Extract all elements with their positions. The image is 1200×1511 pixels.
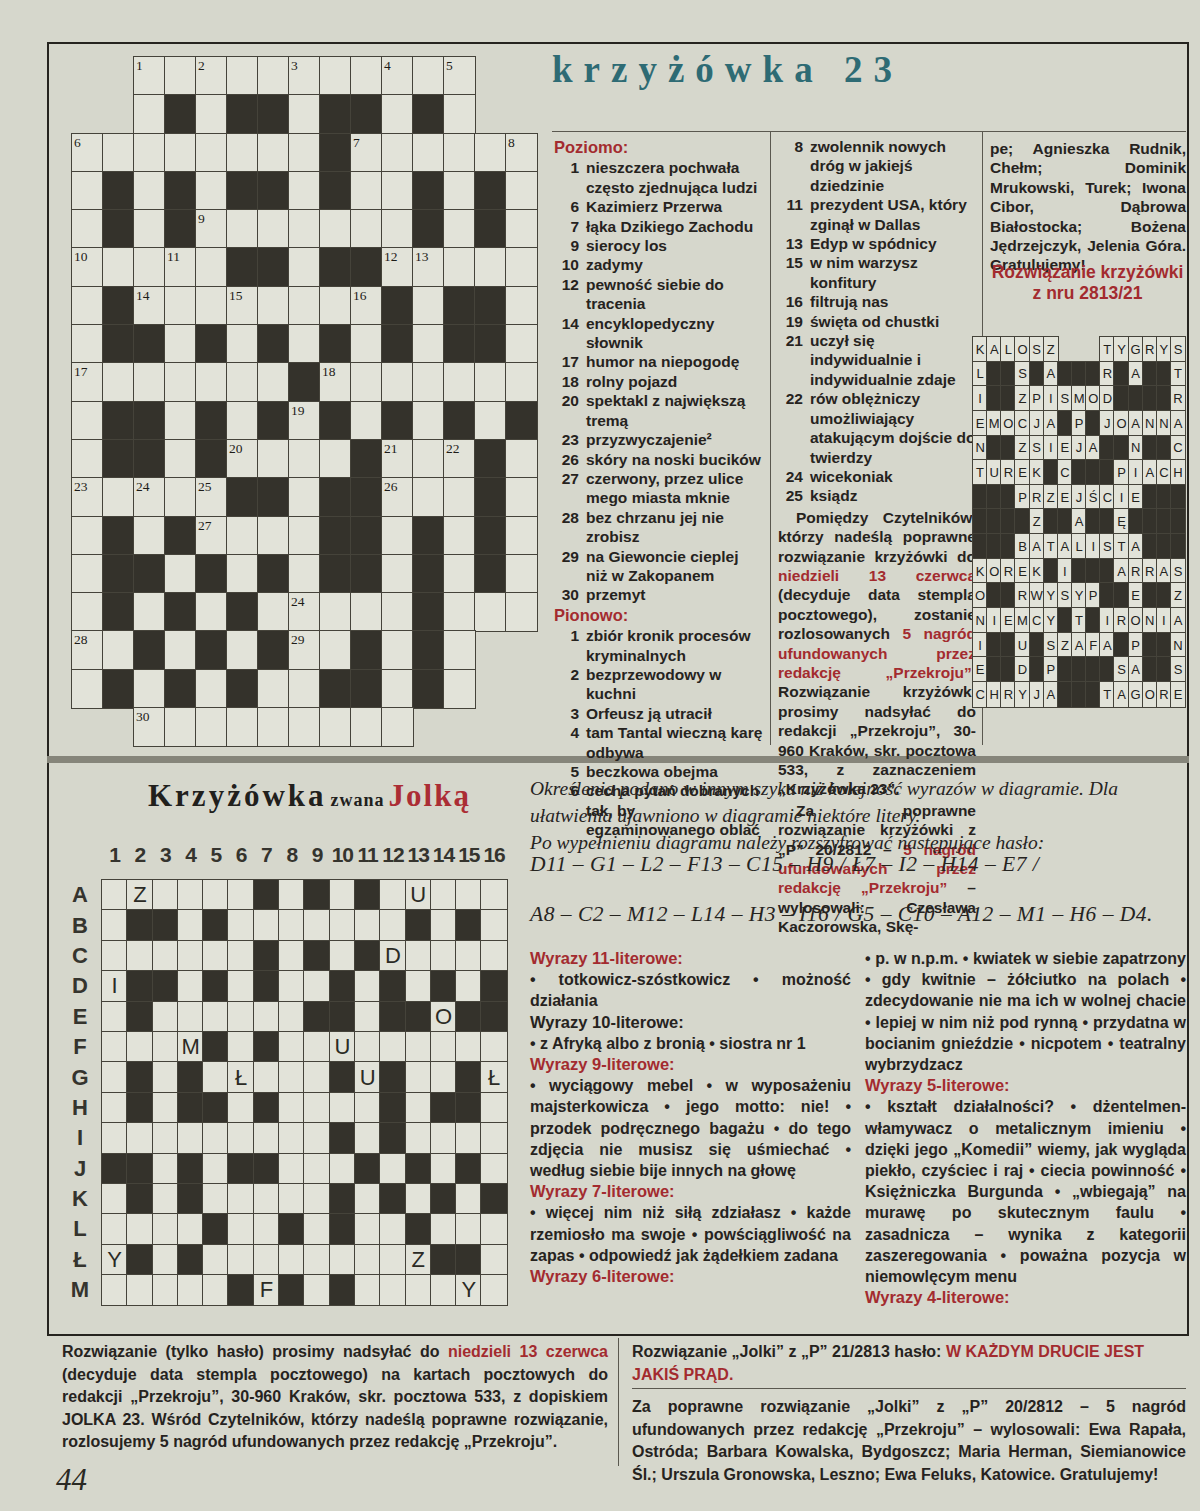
white-cell[interactable]: Z — [1058, 633, 1072, 658]
white-cell[interactable] — [330, 1093, 355, 1123]
white-cell[interactable]: Z — [1044, 337, 1058, 362]
white-cell[interactable]: U — [330, 1032, 355, 1062]
white-cell[interactable] — [320, 708, 351, 746]
white-cell[interactable]: S — [1058, 583, 1072, 608]
white-cell[interactable] — [279, 1245, 304, 1275]
white-cell[interactable] — [279, 971, 304, 1001]
white-cell[interactable]: K — [973, 337, 987, 362]
white-cell[interactable]: E — [973, 411, 987, 436]
white-cell[interactable] — [102, 880, 127, 910]
white-cell[interactable] — [72, 517, 103, 555]
white-cell[interactable] — [289, 670, 320, 708]
white-cell[interactable]: Ś — [1086, 485, 1100, 510]
white-cell[interactable]: I — [1058, 559, 1072, 584]
white-cell[interactable] — [382, 631, 413, 669]
white-cell[interactable] — [227, 325, 258, 363]
white-cell[interactable] — [355, 1275, 380, 1305]
white-cell[interactable] — [289, 555, 320, 593]
white-cell[interactable]: 10 — [72, 248, 103, 286]
white-cell[interactable] — [178, 1123, 203, 1153]
white-cell[interactable] — [102, 1093, 127, 1123]
white-cell[interactable] — [227, 363, 258, 401]
white-cell[interactable] — [134, 95, 165, 133]
white-cell[interactable] — [134, 593, 165, 631]
white-cell[interactable]: A — [1143, 460, 1157, 485]
white-cell[interactable]: O — [431, 1002, 456, 1032]
white-cell[interactable] — [320, 210, 351, 248]
white-cell[interactable]: F — [1086, 633, 1100, 658]
white-cell[interactable]: R — [1100, 362, 1114, 387]
white-cell[interactable]: T — [1114, 534, 1128, 559]
white-cell[interactable] — [506, 478, 537, 516]
white-cell[interactable] — [196, 172, 227, 210]
white-cell[interactable] — [134, 517, 165, 555]
white-cell[interactable] — [413, 57, 444, 95]
white-cell[interactable]: J — [1100, 411, 1114, 436]
white-cell[interactable] — [127, 1032, 152, 1062]
white-cell[interactable]: P — [1044, 657, 1058, 682]
white-cell[interactable] — [413, 134, 444, 172]
white-cell[interactable] — [153, 880, 178, 910]
white-cell[interactable] — [227, 517, 258, 555]
white-cell[interactable]: A — [1114, 682, 1128, 707]
white-cell[interactable]: P — [1072, 411, 1086, 436]
white-cell[interactable] — [289, 708, 320, 746]
white-cell[interactable] — [258, 287, 289, 325]
white-cell[interactable] — [203, 1002, 228, 1032]
white-cell[interactable]: 23 — [72, 478, 103, 516]
white-cell[interactable] — [228, 880, 253, 910]
white-cell[interactable]: A — [1171, 411, 1185, 436]
white-cell[interactable] — [431, 1214, 456, 1244]
white-cell[interactable] — [406, 1184, 431, 1214]
white-cell[interactable] — [102, 1032, 127, 1062]
white-cell[interactable] — [102, 1062, 127, 1092]
white-cell[interactable] — [254, 1123, 279, 1153]
white-cell[interactable] — [304, 1123, 329, 1153]
white-cell[interactable]: Y — [102, 1245, 127, 1275]
white-cell[interactable]: 29 — [289, 631, 320, 669]
white-cell[interactable]: 14 — [134, 287, 165, 325]
white-cell[interactable] — [382, 363, 413, 401]
white-cell[interactable] — [431, 910, 456, 940]
white-cell[interactable]: S — [1058, 386, 1072, 411]
white-cell[interactable] — [289, 440, 320, 478]
white-cell[interactable]: N — [1143, 608, 1157, 633]
white-cell[interactable] — [355, 910, 380, 940]
white-cell[interactable]: A — [1129, 411, 1143, 436]
white-cell[interactable] — [475, 593, 506, 631]
white-cell[interactable]: J — [1030, 411, 1044, 436]
white-cell[interactable]: P — [1129, 633, 1143, 658]
white-cell[interactable] — [228, 1184, 253, 1214]
white-cell[interactable] — [196, 287, 227, 325]
white-cell[interactable] — [228, 1093, 253, 1123]
white-cell[interactable] — [382, 670, 413, 708]
white-cell[interactable]: J — [1072, 436, 1086, 461]
white-cell[interactable]: 22 — [444, 440, 475, 478]
white-cell[interactable]: A — [1072, 633, 1086, 658]
white-cell[interactable] — [382, 210, 413, 248]
white-cell[interactable] — [134, 248, 165, 286]
white-cell[interactable] — [103, 248, 134, 286]
white-cell[interactable] — [406, 1062, 431, 1092]
white-cell[interactable]: A — [1044, 682, 1058, 707]
white-cell[interactable]: 1 — [134, 57, 165, 95]
white-cell[interactable] — [102, 941, 127, 971]
white-cell[interactable] — [320, 57, 351, 95]
white-cell[interactable]: G — [1129, 682, 1143, 707]
white-cell[interactable]: Y — [1044, 583, 1058, 608]
white-cell[interactable]: Z — [1015, 436, 1029, 461]
white-cell[interactable] — [481, 880, 506, 910]
white-cell[interactable]: R — [1001, 682, 1015, 707]
white-cell[interactable] — [351, 708, 382, 746]
white-cell[interactable] — [506, 248, 537, 286]
white-cell[interactable]: E — [1015, 559, 1029, 584]
white-cell[interactable]: 19 — [289, 402, 320, 440]
white-cell[interactable]: N — [1129, 436, 1143, 461]
white-cell[interactable]: A — [1114, 559, 1128, 584]
white-cell[interactable]: R — [1143, 559, 1157, 584]
white-cell[interactable] — [382, 172, 413, 210]
white-cell[interactable] — [431, 941, 456, 971]
white-cell[interactable] — [413, 363, 444, 401]
white-cell[interactable]: M — [178, 1032, 203, 1062]
white-cell[interactable] — [228, 971, 253, 1001]
white-cell[interactable]: U — [406, 880, 431, 910]
white-cell[interactable] — [413, 478, 444, 516]
white-cell[interactable] — [289, 478, 320, 516]
white-cell[interactable]: L — [1072, 534, 1086, 559]
white-cell[interactable] — [203, 1184, 228, 1214]
white-cell[interactable]: A — [1086, 436, 1100, 461]
white-cell[interactable] — [481, 1275, 506, 1305]
white-cell[interactable]: 12 — [382, 248, 413, 286]
white-cell[interactable]: 6 — [72, 134, 103, 172]
white-cell[interactable] — [431, 880, 456, 910]
white-cell[interactable]: N — [973, 608, 987, 633]
white-cell[interactable] — [355, 1002, 380, 1032]
white-cell[interactable] — [227, 134, 258, 172]
white-cell[interactable]: R — [1001, 460, 1015, 485]
white-cell[interactable]: U — [355, 1062, 380, 1092]
white-cell[interactable]: 25 — [196, 478, 227, 516]
white-cell[interactable] — [254, 1002, 279, 1032]
white-cell[interactable] — [506, 555, 537, 593]
white-cell[interactable] — [382, 555, 413, 593]
white-cell[interactable] — [196, 708, 227, 746]
white-cell[interactable] — [254, 1062, 279, 1092]
white-cell[interactable] — [320, 287, 351, 325]
white-cell[interactable] — [444, 670, 475, 708]
white-cell[interactable] — [330, 880, 355, 910]
white-cell[interactable] — [456, 941, 481, 971]
white-cell[interactable] — [103, 134, 134, 172]
white-cell[interactable] — [153, 941, 178, 971]
white-cell[interactable]: F — [254, 1275, 279, 1305]
white-cell[interactable]: E — [1001, 608, 1015, 633]
white-cell[interactable]: I — [1044, 386, 1058, 411]
white-cell[interactable] — [481, 1154, 506, 1184]
white-cell[interactable]: 15 — [227, 287, 258, 325]
white-cell[interactable] — [196, 134, 227, 172]
white-cell[interactable] — [165, 631, 196, 669]
white-cell[interactable]: T — [1100, 682, 1114, 707]
white-cell[interactable] — [227, 708, 258, 746]
white-cell[interactable] — [320, 440, 351, 478]
white-cell[interactable] — [289, 517, 320, 555]
white-cell[interactable]: I — [973, 386, 987, 411]
white-cell[interactable]: O — [1001, 411, 1015, 436]
white-cell[interactable]: 11 — [165, 248, 196, 286]
white-cell[interactable]: 21 — [382, 440, 413, 478]
white-cell[interactable] — [456, 880, 481, 910]
white-cell[interactable] — [289, 95, 320, 133]
white-cell[interactable] — [431, 1275, 456, 1305]
white-cell[interactable]: M — [987, 411, 1001, 436]
white-cell[interactable] — [153, 1245, 178, 1275]
white-cell[interactable]: C — [1171, 436, 1185, 461]
white-cell[interactable] — [72, 287, 103, 325]
white-cell[interactable]: C — [973, 682, 987, 707]
white-cell[interactable] — [72, 555, 103, 593]
white-cell[interactable]: 3 — [289, 57, 320, 95]
white-cell[interactable] — [444, 555, 475, 593]
white-cell[interactable] — [153, 1093, 178, 1123]
white-cell[interactable] — [351, 210, 382, 248]
white-cell[interactable] — [413, 287, 444, 325]
white-cell[interactable] — [444, 172, 475, 210]
white-cell[interactable]: C — [1058, 460, 1072, 485]
white-cell[interactable] — [279, 941, 304, 971]
white-cell[interactable] — [481, 1032, 506, 1062]
white-cell[interactable]: 28 — [72, 631, 103, 669]
white-cell[interactable] — [178, 941, 203, 971]
white-cell[interactable] — [279, 1093, 304, 1123]
white-cell[interactable] — [456, 1184, 481, 1214]
white-cell[interactable] — [475, 363, 506, 401]
white-cell[interactable]: T — [1100, 337, 1114, 362]
white-cell[interactable] — [178, 880, 203, 910]
white-cell[interactable] — [258, 210, 289, 248]
white-cell[interactable] — [380, 1275, 405, 1305]
white-cell[interactable]: 26 — [382, 478, 413, 516]
white-cell[interactable] — [444, 95, 475, 133]
white-cell[interactable]: N — [1157, 411, 1171, 436]
white-cell[interactable] — [444, 631, 475, 669]
white-cell[interactable]: E — [1058, 485, 1072, 510]
white-cell[interactable] — [254, 910, 279, 940]
white-cell[interactable] — [330, 1154, 355, 1184]
white-cell[interactable]: Z — [127, 880, 152, 910]
white-cell[interactable] — [258, 708, 289, 746]
white-cell[interactable]: I — [1086, 534, 1100, 559]
white-cell[interactable] — [134, 210, 165, 248]
white-cell[interactable]: O — [1114, 411, 1128, 436]
white-cell[interactable] — [304, 1154, 329, 1184]
white-cell[interactable] — [380, 1245, 405, 1275]
white-cell[interactable] — [227, 57, 258, 95]
white-cell[interactable]: I — [1100, 608, 1114, 633]
white-cell[interactable] — [320, 593, 351, 631]
white-cell[interactable]: A — [1044, 362, 1058, 387]
white-cell[interactable]: M — [1072, 386, 1086, 411]
white-cell[interactable] — [380, 910, 405, 940]
white-cell[interactable] — [279, 1062, 304, 1092]
white-cell[interactable] — [228, 1123, 253, 1153]
white-cell[interactable]: C — [1100, 485, 1114, 510]
white-cell[interactable]: R — [1143, 337, 1157, 362]
white-cell[interactable] — [103, 631, 134, 669]
white-cell[interactable] — [165, 708, 196, 746]
white-cell[interactable]: A — [1129, 362, 1143, 387]
white-cell[interactable]: E — [1058, 436, 1072, 461]
white-cell[interactable]: Ł — [481, 1062, 506, 1092]
white-cell[interactable] — [72, 440, 103, 478]
white-cell[interactable] — [475, 248, 506, 286]
white-cell[interactable] — [289, 210, 320, 248]
white-cell[interactable] — [431, 1062, 456, 1092]
white-cell[interactable] — [304, 1214, 329, 1244]
white-cell[interactable] — [165, 478, 196, 516]
white-cell[interactable]: I — [987, 608, 1001, 633]
white-cell[interactable] — [431, 1032, 456, 1062]
white-cell[interactable] — [506, 210, 537, 248]
white-cell[interactable] — [102, 1214, 127, 1244]
white-cell[interactable] — [382, 708, 413, 746]
white-cell[interactable] — [380, 1154, 405, 1184]
white-cell[interactable] — [258, 670, 289, 708]
white-cell[interactable] — [153, 1214, 178, 1244]
white-cell[interactable] — [289, 248, 320, 286]
white-cell[interactable]: E — [1171, 682, 1185, 707]
white-cell[interactable]: 2 — [196, 57, 227, 95]
white-cell[interactable]: I — [1044, 436, 1058, 461]
white-cell[interactable]: C — [1015, 411, 1029, 436]
white-cell[interactable] — [102, 910, 127, 940]
white-cell[interactable] — [279, 880, 304, 910]
white-cell[interactable] — [165, 363, 196, 401]
white-cell[interactable] — [506, 287, 537, 325]
white-cell[interactable] — [456, 971, 481, 1001]
white-cell[interactable] — [355, 1123, 380, 1153]
white-cell[interactable] — [103, 363, 134, 401]
white-cell[interactable]: S — [1171, 657, 1185, 682]
white-cell[interactable] — [355, 1245, 380, 1275]
white-cell[interactable] — [102, 1123, 127, 1153]
white-cell[interactable] — [178, 910, 203, 940]
white-cell[interactable]: Y — [1015, 682, 1029, 707]
white-cell[interactable]: L — [973, 362, 987, 387]
white-cell[interactable] — [481, 1093, 506, 1123]
white-cell[interactable]: R — [1114, 608, 1128, 633]
white-cell[interactable] — [330, 941, 355, 971]
white-cell[interactable]: L — [1001, 337, 1015, 362]
white-cell[interactable] — [203, 1154, 228, 1184]
white-cell[interactable]: S — [1100, 534, 1114, 559]
white-cell[interactable] — [153, 1062, 178, 1092]
white-cell[interactable]: U — [1015, 633, 1029, 658]
white-cell[interactable]: A — [1058, 534, 1072, 559]
white-cell[interactable]: 20 — [227, 440, 258, 478]
white-cell[interactable]: Z — [1171, 583, 1185, 608]
white-cell[interactable]: 24 — [134, 478, 165, 516]
white-cell[interactable] — [481, 910, 506, 940]
white-cell[interactable] — [279, 1184, 304, 1214]
white-cell[interactable] — [254, 1214, 279, 1244]
white-cell[interactable]: H — [1171, 460, 1185, 485]
white-cell[interactable] — [72, 172, 103, 210]
white-cell[interactable] — [330, 1245, 355, 1275]
white-cell[interactable] — [196, 248, 227, 286]
white-cell[interactable] — [279, 1154, 304, 1184]
white-cell[interactable] — [304, 1275, 329, 1305]
white-cell[interactable]: A — [1171, 608, 1185, 633]
white-cell[interactable]: Z — [1030, 509, 1044, 534]
white-cell[interactable] — [320, 631, 351, 669]
white-cell[interactable] — [444, 593, 475, 631]
white-cell[interactable] — [153, 1002, 178, 1032]
white-cell[interactable] — [279, 910, 304, 940]
white-cell[interactable]: Z — [406, 1245, 431, 1275]
white-cell[interactable] — [406, 941, 431, 971]
white-cell[interactable] — [351, 172, 382, 210]
white-cell[interactable] — [228, 1214, 253, 1244]
white-cell[interactable] — [444, 134, 475, 172]
white-cell[interactable] — [456, 1214, 481, 1244]
white-cell[interactable] — [165, 555, 196, 593]
white-cell[interactable]: A — [1044, 411, 1058, 436]
white-cell[interactable] — [406, 1275, 431, 1305]
white-cell[interactable]: 17 — [72, 363, 103, 401]
white-cell[interactable] — [102, 1275, 127, 1305]
white-cell[interactable]: 30 — [134, 708, 165, 746]
white-cell[interactable] — [203, 1245, 228, 1275]
white-cell[interactable]: O — [1129, 608, 1143, 633]
white-cell[interactable]: 5 — [444, 57, 475, 95]
white-cell[interactable] — [481, 941, 506, 971]
white-cell[interactable] — [351, 325, 382, 363]
white-cell[interactable]: Y — [1157, 337, 1171, 362]
white-cell[interactable] — [481, 1214, 506, 1244]
white-cell[interactable] — [165, 287, 196, 325]
white-cell[interactable] — [382, 517, 413, 555]
white-cell[interactable] — [134, 172, 165, 210]
white-cell[interactable] — [258, 57, 289, 95]
white-cell[interactable] — [444, 478, 475, 516]
white-cell[interactable] — [304, 910, 329, 940]
white-cell[interactable] — [72, 402, 103, 440]
white-cell[interactable] — [102, 1002, 127, 1032]
white-cell[interactable] — [102, 1184, 127, 1214]
white-cell[interactable] — [351, 57, 382, 95]
white-cell[interactable] — [196, 670, 227, 708]
white-cell[interactable] — [304, 1062, 329, 1092]
white-cell[interactable] — [228, 941, 253, 971]
white-cell[interactable]: A — [1129, 657, 1143, 682]
white-cell[interactable] — [304, 1245, 329, 1275]
white-cell[interactable] — [153, 1184, 178, 1214]
white-cell[interactable]: O — [1143, 682, 1157, 707]
white-cell[interactable]: T — [1072, 608, 1086, 633]
white-cell[interactable]: P — [1086, 583, 1100, 608]
white-cell[interactable] — [304, 1032, 329, 1062]
white-cell[interactable]: R — [1129, 559, 1143, 584]
white-cell[interactable] — [506, 440, 537, 478]
white-cell[interactable] — [355, 1093, 380, 1123]
white-cell[interactable]: S — [1030, 436, 1044, 461]
